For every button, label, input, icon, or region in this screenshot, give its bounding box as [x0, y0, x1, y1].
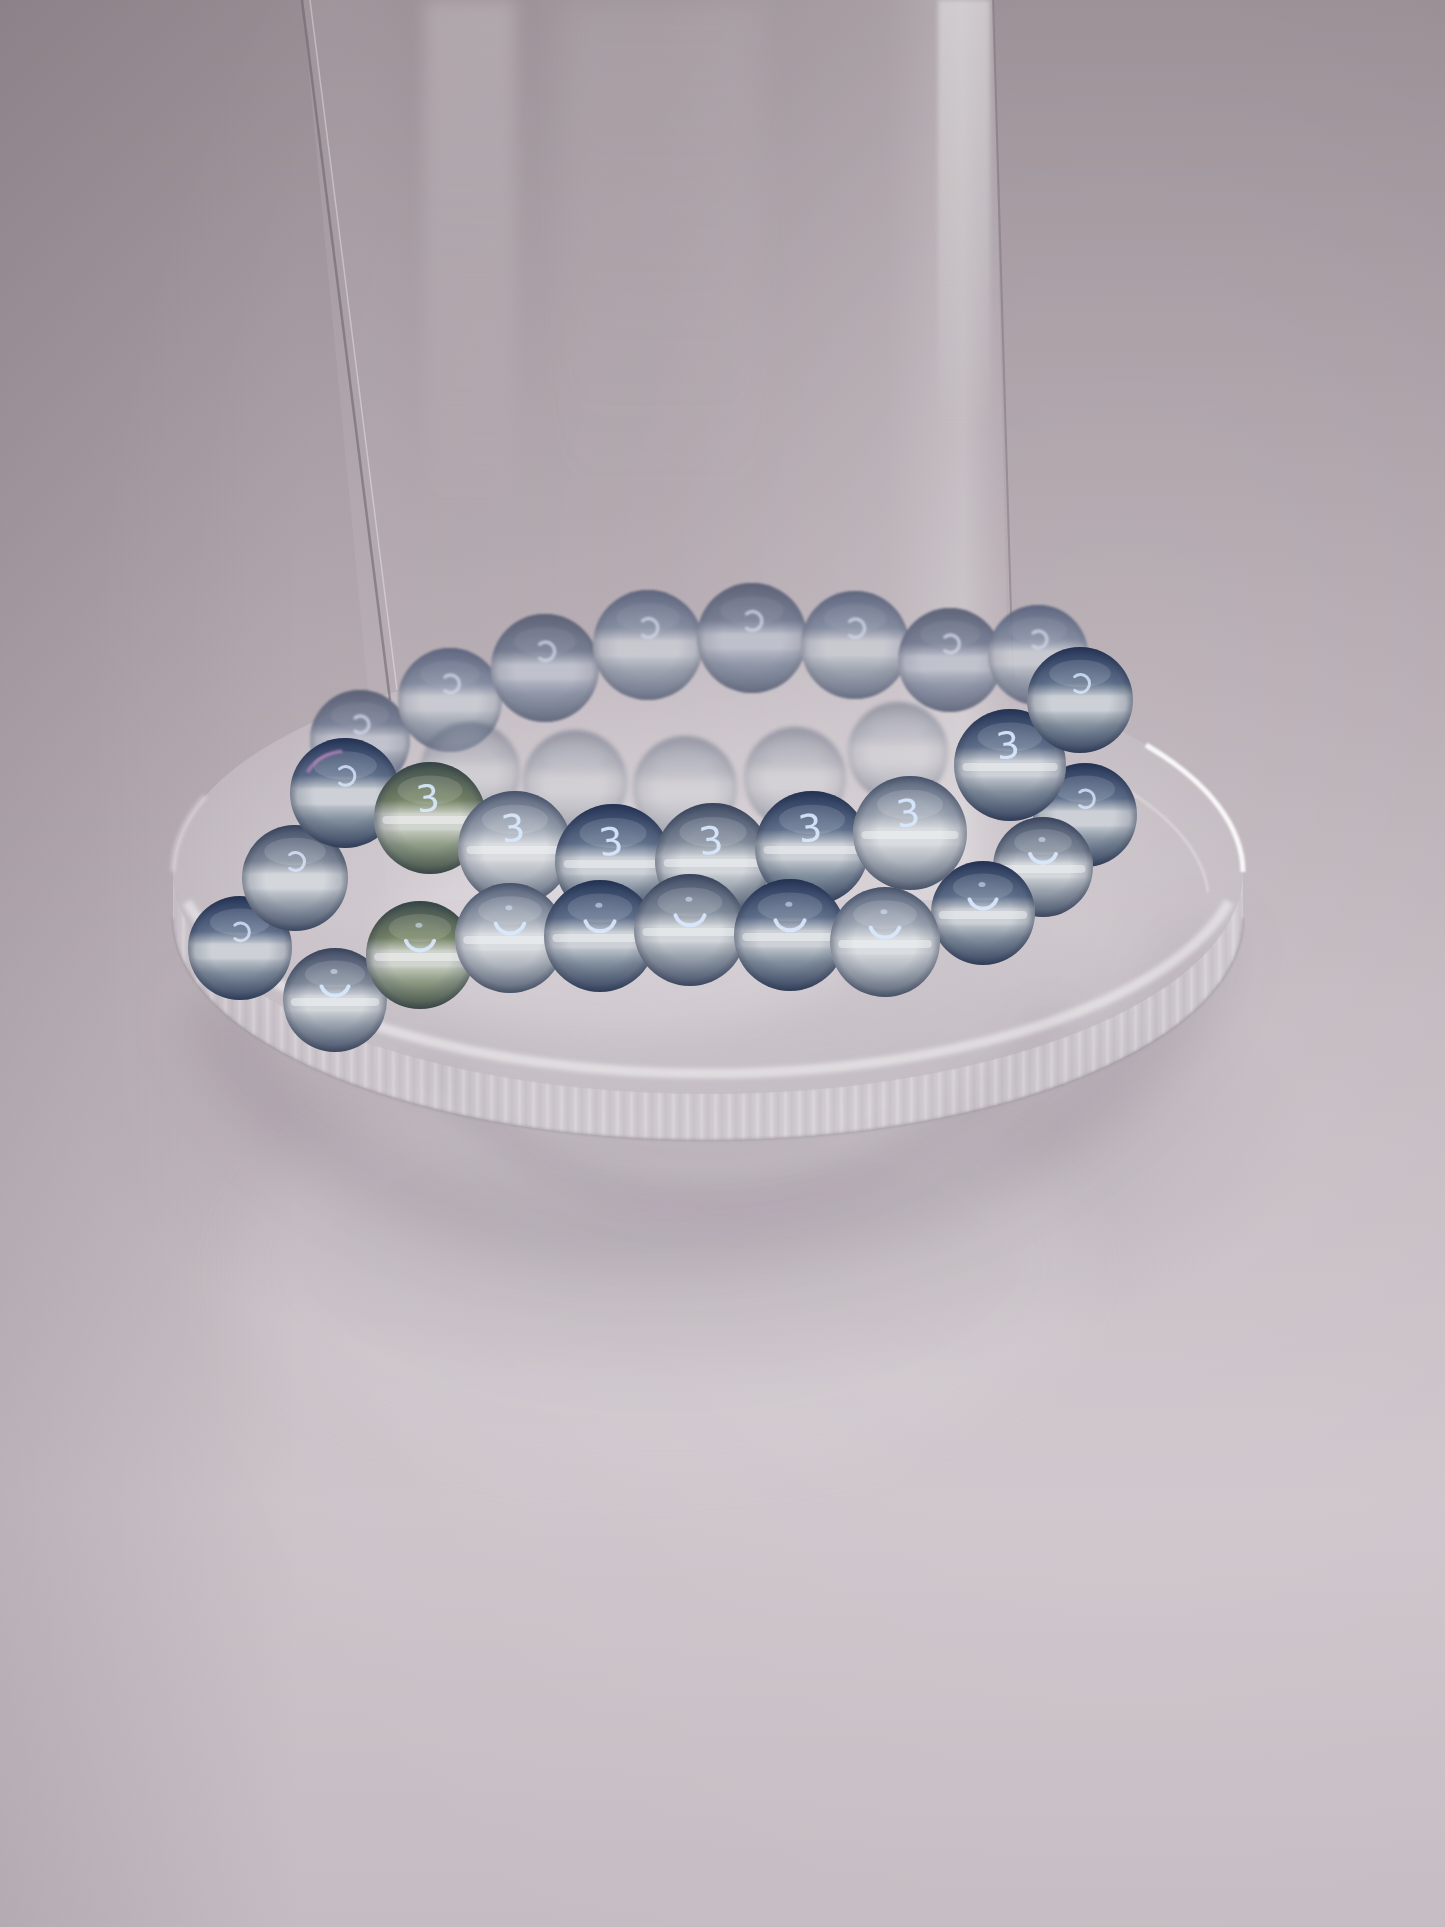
bead-specular-dot: [880, 909, 887, 914]
bead-reflection-three: 3: [994, 723, 1022, 768]
cylinder-interior-glow: [560, 0, 760, 520]
bead-top-sheen: [655, 748, 715, 775]
glass-bead: [734, 879, 846, 991]
acrylic-haze-overlay: [801, 591, 909, 699]
bead-specular-dot: [978, 882, 985, 887]
elastic-cord-reflection: [374, 953, 466, 961]
bead-top-sheen: [478, 896, 542, 925]
glass-bead: [830, 887, 940, 997]
bead-specular-dot: [505, 905, 512, 910]
bead-reflection-three: 3: [414, 776, 442, 821]
bead-reflection-three: 3: [696, 817, 725, 864]
acrylic-haze-overlay: [491, 614, 599, 722]
glass-bead: [634, 874, 746, 986]
bead-reflection-three: 3: [499, 805, 527, 851]
bead-reflection-three: 3: [894, 790, 922, 836]
bead-reflection-three: 3: [596, 818, 625, 865]
bead-top-sheen: [758, 892, 823, 921]
bead-top-sheen: [765, 739, 824, 766]
elastic-cord-reflection: [939, 911, 1027, 919]
bead-specular-dot: [415, 923, 422, 928]
glass-bead: [697, 583, 807, 693]
glass-bead: [593, 590, 703, 700]
bead-top-sheen: [545, 742, 605, 769]
glass-bead: [898, 608, 1002, 712]
bead-specular-dot: [685, 897, 692, 902]
bead-reflection-three: 3: [796, 805, 824, 851]
product-photo-scene: 3333333: [0, 0, 1445, 1927]
bead-top-sheen: [658, 887, 723, 916]
bead-specular-dot: [330, 969, 337, 974]
glass-bead: [491, 614, 599, 722]
cylinder-right-streak: [938, 0, 990, 430]
bead-specular-dot: [1039, 837, 1046, 842]
bead-top-sheen: [1014, 829, 1072, 855]
bead-top-sheen: [869, 714, 927, 740]
acrylic-haze-overlay: [593, 590, 703, 700]
cylinder-interior-streak: [425, 0, 515, 520]
elastic-cord-reflection: [742, 933, 837, 941]
bead-specular-dot: [785, 902, 792, 907]
elastic-cord-reflection: [291, 998, 379, 1006]
bead-top-sheen: [568, 893, 633, 922]
bead-top-sheen: [441, 734, 499, 760]
elastic-cord-reflection: [552, 934, 647, 942]
glass-bead: 3: [853, 776, 967, 890]
bead-top-sheen: [953, 873, 1013, 900]
acrylic-haze-overlay: [697, 583, 807, 693]
bead-specular-dot: [595, 903, 602, 908]
scene-svg: 3333333: [0, 0, 1445, 1927]
bead-top-sheen: [853, 900, 917, 929]
glass-bead: [1027, 647, 1133, 753]
elastic-cord-reflection: [838, 940, 932, 948]
glass-bead: [801, 591, 909, 699]
acrylic-haze-overlay: [898, 608, 1002, 712]
elastic-cord-reflection: [642, 928, 737, 936]
elastic-cord-reflection: [463, 936, 557, 944]
bead-top-sheen: [305, 960, 365, 987]
bead-top-sheen: [389, 914, 452, 942]
